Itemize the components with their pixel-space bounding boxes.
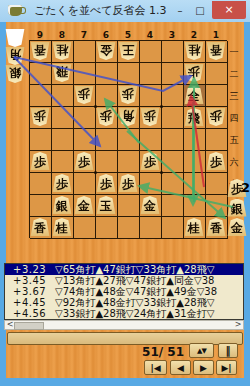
- scroll-right-icon[interactable]: >: [233, 321, 243, 329]
- file-label: 2: [183, 30, 205, 40]
- prev-move-button[interactable]: ◀: [170, 360, 191, 375]
- piece-kanji: 全: [188, 88, 200, 104]
- piece-kanji: 飛: [188, 110, 200, 126]
- board-square[interactable]: [30, 63, 52, 85]
- board-square[interactable]: [96, 63, 118, 85]
- board-square[interactable]: [74, 63, 96, 85]
- piece-kanji: 銀: [231, 201, 243, 217]
- board-square[interactable]: [162, 85, 184, 107]
- analysis-row[interactable]: +3.45▽13角打▲27飛▽47銀打▲同金▽38: [5, 275, 243, 286]
- board-square[interactable]: [30, 129, 52, 151]
- rank-label: 五: [229, 134, 239, 147]
- last-move-button[interactable]: ▶|: [216, 360, 237, 375]
- hand-piece-count: 2: [241, 180, 250, 195]
- board-square[interactable]: [118, 217, 140, 239]
- board-square[interactable]: [162, 63, 184, 85]
- board-square[interactable]: [118, 129, 140, 151]
- star-point: [160, 171, 163, 174]
- board-square[interactable]: [118, 151, 140, 173]
- move-sequence: ▽33銀打▲28飛▽24角打▲31金打▽: [55, 308, 214, 319]
- piece-kanji: 歩: [34, 154, 46, 170]
- piece-kanji: 玉: [100, 198, 112, 214]
- board-square[interactable]: [52, 129, 74, 151]
- file-label: 1: [205, 30, 227, 40]
- teacup-app-icon: [8, 5, 22, 16]
- move-sequence: ▽92角打▲48金打▽33銀打▲28飛▽: [55, 297, 214, 308]
- next-move-button[interactable]: ▶: [193, 360, 214, 375]
- eval-score: +4.45: [5, 297, 55, 308]
- movelist-horizontal-scrollbar[interactable]: < >: [4, 320, 244, 330]
- piece-kanji: 桂: [56, 42, 68, 58]
- scrollbar-thumb[interactable]: [14, 322, 44, 330]
- piece-kanji: 金: [78, 198, 90, 214]
- piece-kanji: 香: [34, 42, 46, 58]
- file-label: 7: [73, 30, 95, 40]
- piece-kanji: 歩: [210, 154, 222, 170]
- star-point: [160, 105, 163, 108]
- piece-kanji: 歩: [122, 86, 134, 102]
- board-square[interactable]: [74, 173, 96, 195]
- board-square[interactable]: [184, 129, 206, 151]
- board-square[interactable]: [140, 41, 162, 63]
- minimize-button[interactable]: –: [172, 4, 188, 18]
- board-square[interactable]: [206, 195, 228, 217]
- board-square[interactable]: [96, 151, 118, 173]
- piece-kanji: 香: [210, 220, 222, 236]
- piece-kanji: 角: [9, 47, 21, 63]
- board-square[interactable]: [74, 107, 96, 129]
- move-sequence: ▽13角打▲27飛▽47銀打▲同金▽38: [55, 275, 214, 286]
- board-square[interactable]: [140, 217, 162, 239]
- window-title: ごたくを並べて反省会 1.3: [34, 3, 167, 18]
- board-square[interactable]: [52, 85, 74, 107]
- board-square[interactable]: [140, 173, 162, 195]
- piece-kanji: 金: [144, 198, 156, 214]
- board-square[interactable]: [206, 129, 228, 151]
- eval-score: +3.45: [5, 275, 55, 286]
- piece-kanji: 歩: [122, 176, 134, 192]
- piece-kanji: 歩: [100, 108, 112, 124]
- piece-kanji: 歩: [144, 108, 156, 124]
- analysis-row[interactable]: +4.56▽33銀打▲28飛▽24角打▲31金打▽: [5, 308, 243, 319]
- board-square[interactable]: [52, 107, 74, 129]
- rank-label: 四: [229, 112, 239, 125]
- board-square[interactable]: [96, 85, 118, 107]
- titlebar: ごたくを並べて反省会 1.3 – □ ×: [0, 0, 250, 22]
- file-label: 3: [161, 30, 183, 40]
- piece-kanji: 銀: [56, 198, 68, 214]
- app-window: ごたくを並べて反省会 1.3 – □ × 987654321一二三四五六七八九 …: [0, 0, 250, 386]
- move-sequence: ▽74角打▲48金▽47銀打▲49金▽38: [55, 286, 217, 297]
- board-square[interactable]: [30, 85, 52, 107]
- analysis-row[interactable]: +4.45▽92角打▲48金打▽33銀打▲28飛▽: [5, 297, 243, 308]
- board-square[interactable]: [206, 85, 228, 107]
- piece-kanji: 桂: [188, 220, 200, 236]
- rank-label: 一: [229, 46, 239, 59]
- board-square[interactable]: [184, 195, 206, 217]
- piece-kanji: 銀: [9, 65, 21, 81]
- piece-kanji: 歩: [100, 176, 112, 192]
- board-square[interactable]: [206, 63, 228, 85]
- board-square[interactable]: [74, 41, 96, 63]
- board-square[interactable]: [206, 173, 228, 195]
- board-square[interactable]: [52, 151, 74, 173]
- star-point: [94, 105, 97, 108]
- board-square[interactable]: [162, 217, 184, 239]
- maximize-button[interactable]: □: [192, 4, 208, 18]
- rank-label: 二: [229, 68, 239, 81]
- piece-kanji: 歩: [78, 86, 90, 102]
- board-square[interactable]: [140, 85, 162, 107]
- star-point: [94, 171, 97, 174]
- board-square[interactable]: [30, 173, 52, 195]
- file-label: 4: [139, 30, 161, 40]
- first-move-button[interactable]: |◀: [144, 360, 167, 375]
- eval-score: +3.23: [5, 264, 55, 275]
- board-square[interactable]: [74, 129, 96, 151]
- board-square[interactable]: [140, 129, 162, 151]
- analysis-row[interactable]: +3.23▽65角打▲47銀打▽33角打▲28飛▽: [5, 264, 243, 275]
- file-label: 8: [51, 30, 73, 40]
- board-square[interactable]: [140, 63, 162, 85]
- close-button[interactable]: ×: [212, 1, 246, 19]
- board-square[interactable]: [162, 41, 184, 63]
- board-square[interactable]: [162, 107, 184, 129]
- piece-kanji: 桂: [56, 220, 68, 236]
- analysis-row[interactable]: +3.67▽74角打▲48金▽47銀打▲49金▽38: [5, 286, 243, 297]
- move-sequence: ▽65角打▲47銀打▽33角打▲28飛▽: [55, 264, 214, 275]
- candidate-updown-button[interactable]: ▲▼: [189, 343, 214, 358]
- piece-kanji: 王: [122, 42, 134, 58]
- piece-kanji: 角: [122, 108, 134, 124]
- analysis-move-list[interactable]: +3.23▽65角打▲47銀打▽33角打▲28飛▽+3.45▽13角打▲27飛▽…: [4, 263, 244, 320]
- board-square[interactable]: [96, 217, 118, 239]
- board-square[interactable]: [184, 173, 206, 195]
- rank-label: 六: [229, 156, 239, 169]
- board-square[interactable]: [118, 63, 140, 85]
- board-square[interactable]: [74, 217, 96, 239]
- board-square[interactable]: [162, 173, 184, 195]
- piece-kanji: 歩: [34, 108, 46, 124]
- eval-score: +4.56: [5, 308, 55, 319]
- move-counter: 51/ 51: [130, 345, 184, 359]
- file-label: 5: [117, 30, 139, 40]
- pause-button[interactable]: ‖: [218, 343, 238, 358]
- rank-label: 三: [229, 90, 239, 103]
- board-square[interactable]: [162, 129, 184, 151]
- board-square[interactable]: [96, 129, 118, 151]
- piece-kanji: 桂: [188, 42, 200, 58]
- piece-kanji: 歩: [144, 154, 156, 170]
- board-square[interactable]: [30, 195, 52, 217]
- piece-kanji: 金: [231, 220, 243, 236]
- file-label: 9: [29, 30, 51, 40]
- piece-kanji: 歩: [56, 176, 68, 192]
- piece-kanji: 飛: [56, 64, 68, 80]
- board-square[interactable]: [162, 195, 184, 217]
- piece-kanji: 金: [100, 42, 112, 58]
- board-square[interactable]: [184, 151, 206, 173]
- piece-kanji: 歩: [210, 108, 222, 124]
- piece-kanji: 香: [210, 42, 222, 58]
- piece-kanji: 歩: [78, 154, 90, 170]
- piece-kanji: 香: [34, 220, 46, 236]
- board-square[interactable]: [118, 195, 140, 217]
- board-square[interactable]: [162, 151, 184, 173]
- piece-kanji: 歩: [188, 64, 200, 80]
- eval-score: +3.67: [5, 286, 55, 297]
- file-label: 6: [95, 30, 117, 40]
